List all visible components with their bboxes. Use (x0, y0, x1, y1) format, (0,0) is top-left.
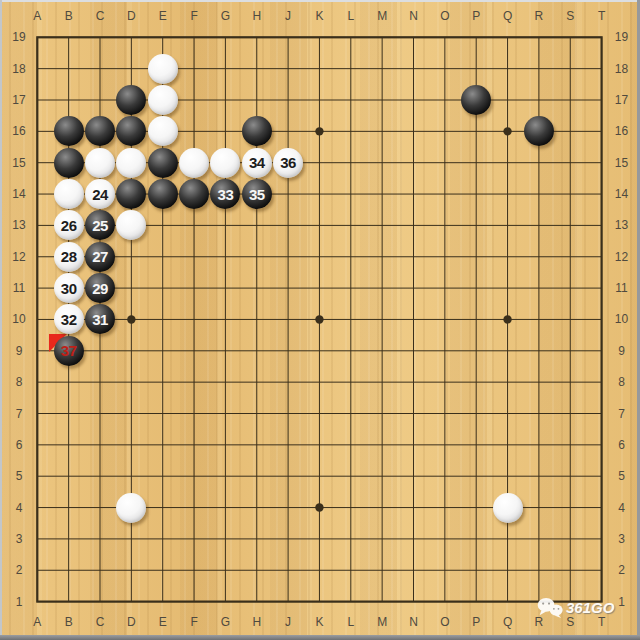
coord-label-col-bottom: O (440, 615, 449, 629)
move-number: 31 (85, 304, 115, 334)
frame-edge-bottom (0, 635, 640, 640)
move-number: 27 (85, 242, 115, 272)
coord-label-row-right: 12 (615, 250, 628, 264)
coord-label-col-bottom: C (96, 615, 105, 629)
stone-B9-black[interactable]: 37 (54, 336, 84, 366)
move-number: 26 (54, 210, 84, 240)
stone-E17-white[interactable] (148, 85, 178, 115)
coord-label-row-left: 9 (16, 344, 23, 358)
coord-label-col-top: M (377, 9, 387, 23)
coord-label-row-left: 2 (16, 563, 23, 577)
stone-C14-white[interactable]: 24 (85, 179, 115, 209)
move-number: 36 (273, 148, 303, 178)
watermark: 361GO (537, 597, 614, 618)
stone-B10-white[interactable]: 32 (54, 304, 84, 334)
coord-label-row-right: 5 (618, 469, 625, 483)
stone-C12-black[interactable]: 27 (85, 242, 115, 272)
stone-B12-white[interactable]: 28 (54, 242, 84, 272)
move-number: 37 (54, 336, 84, 366)
coord-label-row-right: 3 (618, 532, 625, 546)
coord-label-row-right: 16 (615, 124, 628, 138)
coord-label-col-top: H (252, 9, 261, 23)
stone-B15-black[interactable] (54, 148, 84, 178)
coord-label-row-right: 19 (615, 30, 628, 44)
coord-label-row-left: 10 (12, 312, 25, 326)
coord-label-row-right: 8 (618, 375, 625, 389)
coord-label-row-left: 7 (16, 407, 23, 421)
coord-label-col-top: N (409, 9, 418, 23)
coord-label-row-left: 8 (16, 375, 23, 389)
stone-E14-black[interactable] (148, 179, 178, 209)
move-number: 34 (242, 148, 272, 178)
stone-G15-white[interactable] (210, 148, 240, 178)
coord-label-row-right: 2 (618, 563, 625, 577)
coord-label-row-left: 17 (12, 93, 25, 107)
move-number: 29 (85, 273, 115, 303)
coord-label-col-top: L (347, 9, 354, 23)
coord-label-col-top: F (190, 9, 197, 23)
coord-label-col-bottom: G (221, 615, 230, 629)
coord-label-col-top: A (33, 9, 41, 23)
coord-label-col-bottom: F (190, 615, 197, 629)
stone-Q4-white[interactable] (493, 493, 523, 523)
stone-D15-white[interactable] (116, 148, 146, 178)
stone-C10-black[interactable]: 31 (85, 304, 115, 334)
coord-label-col-top: P (472, 9, 480, 23)
stone-H15-white[interactable]: 34 (242, 148, 272, 178)
coord-label-col-bottom: J (285, 615, 291, 629)
coord-label-col-top: S (566, 9, 574, 23)
coord-label-col-bottom: K (315, 615, 323, 629)
coord-label-row-right: 15 (615, 156, 628, 170)
stone-G14-black[interactable]: 33 (210, 179, 240, 209)
coord-label-row-left: 11 (13, 281, 25, 295)
move-number: 30 (54, 273, 84, 303)
coord-label-col-bottom: E (159, 615, 167, 629)
coord-label-row-left: 5 (16, 469, 23, 483)
go-board: AABBCCDDEEFFGGHHJJKKLLMMNNOOPPQQRRSSTT19… (0, 0, 640, 640)
board-grid[interactable]: AABBCCDDEEFFGGHHJJKKLLMMNNOOPPQQRRSSTT19… (0, 0, 640, 640)
coord-label-col-top: T (598, 9, 605, 23)
stone-B13-white[interactable]: 26 (54, 210, 84, 240)
move-number: 33 (210, 179, 240, 209)
coord-label-row-left: 14 (12, 187, 25, 201)
coord-label-row-right: 17 (615, 93, 628, 107)
coord-label-col-bottom: M (377, 615, 387, 629)
coord-label-row-right: 14 (615, 187, 628, 201)
coord-label-col-bottom: N (409, 615, 418, 629)
coord-label-row-right: 10 (615, 312, 628, 326)
coord-label-col-top: E (159, 9, 167, 23)
stone-P17-black[interactable] (461, 85, 491, 115)
coord-label-col-bottom: L (347, 615, 354, 629)
coord-label-col-top: G (221, 9, 230, 23)
coord-label-row-right: 6 (618, 438, 625, 452)
coord-label-row-right: 18 (615, 62, 628, 76)
coord-label-col-bottom: D (127, 615, 136, 629)
coord-label-col-top: C (96, 9, 105, 23)
coord-label-row-right: 9 (618, 344, 625, 358)
coord-label-row-right: 1 (618, 595, 625, 609)
move-number: 28 (54, 242, 84, 272)
coord-label-col-top: D (127, 9, 136, 23)
stone-C15-white[interactable] (85, 148, 115, 178)
coord-label-col-bottom: Q (503, 615, 512, 629)
stone-F14-black[interactable] (179, 179, 209, 209)
coord-label-row-left: 16 (12, 124, 25, 138)
move-number: 35 (242, 179, 272, 209)
stone-J15-white[interactable]: 36 (273, 148, 303, 178)
coord-label-col-top: R (535, 9, 544, 23)
frame-edge-left (0, 0, 2, 640)
move-number: 24 (85, 179, 115, 209)
coord-label-row-left: 6 (16, 438, 23, 452)
coord-label-col-top: K (315, 9, 323, 23)
coord-label-row-right: 4 (618, 501, 625, 515)
coord-label-row-left: 15 (12, 156, 25, 170)
coord-label-row-left: 4 (16, 501, 23, 515)
stone-B16-black[interactable] (54, 116, 84, 146)
stone-H14-black[interactable]: 35 (242, 179, 272, 209)
coord-label-col-bottom: P (472, 615, 480, 629)
stone-E18-white[interactable] (148, 54, 178, 84)
coord-label-row-left: 13 (12, 218, 25, 232)
coord-label-row-right: 11 (615, 281, 627, 295)
watermark-text: 361GO (566, 599, 614, 616)
stone-D4-white[interactable] (116, 493, 146, 523)
move-number: 32 (54, 304, 84, 334)
coord-label-col-top: B (65, 9, 73, 23)
coord-label-row-left: 3 (16, 532, 23, 546)
coord-label-row-left: 12 (12, 250, 25, 264)
coord-label-row-right: 13 (615, 218, 628, 232)
coord-label-col-bottom: A (33, 615, 41, 629)
stone-E15-black[interactable] (148, 148, 178, 178)
stone-E16-white[interactable] (148, 116, 178, 146)
coord-label-col-bottom: H (252, 615, 261, 629)
coord-label-col-top: J (285, 9, 291, 23)
stone-H16-black[interactable] (242, 116, 272, 146)
coord-label-row-left: 1 (16, 595, 23, 609)
coord-label-row-right: 7 (618, 407, 625, 421)
move-number: 25 (85, 210, 115, 240)
coord-label-row-left: 18 (12, 62, 25, 76)
coord-label-col-top: O (440, 9, 449, 23)
stone-F15-white[interactable] (179, 148, 209, 178)
stone-B11-white[interactable]: 30 (54, 273, 84, 303)
frame-edge-top (0, 0, 640, 2)
wechat-icon (537, 597, 563, 618)
coord-label-row-left: 19 (12, 30, 25, 44)
stone-B14-white[interactable] (54, 179, 84, 209)
coord-label-col-bottom: B (65, 615, 73, 629)
coord-label-col-top: Q (503, 9, 512, 23)
stone-C13-black[interactable]: 25 (85, 210, 115, 240)
stone-C11-black[interactable]: 29 (85, 273, 115, 303)
